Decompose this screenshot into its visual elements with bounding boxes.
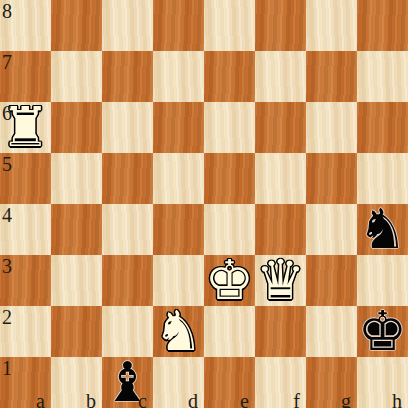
square-a6[interactable]: 6♜ bbox=[0, 102, 51, 153]
square-h4[interactable]: ♞ bbox=[357, 204, 408, 255]
square-a8[interactable]: 8 bbox=[0, 0, 51, 51]
square-h7[interactable] bbox=[357, 51, 408, 102]
file-label-g: g bbox=[341, 391, 351, 408]
piece-black-knight-h4[interactable]: ♞ bbox=[358, 202, 407, 257]
square-e5[interactable] bbox=[204, 153, 255, 204]
square-f2[interactable] bbox=[255, 306, 306, 357]
piece-white-king-e3[interactable]: ♚ bbox=[205, 253, 254, 308]
square-f7[interactable] bbox=[255, 51, 306, 102]
piece-white-rook-a6[interactable]: ♜ bbox=[1, 100, 50, 155]
chess-board: 876♜54♞3♚♛2♞♚1abc♝defgh bbox=[0, 0, 408, 408]
square-c5[interactable] bbox=[102, 153, 153, 204]
piece-black-bishop-c1[interactable]: ♝ bbox=[103, 355, 152, 408]
square-g8[interactable] bbox=[306, 0, 357, 51]
square-d5[interactable] bbox=[153, 153, 204, 204]
piece-white-queen-f3[interactable]: ♛ bbox=[256, 253, 305, 308]
square-f6[interactable] bbox=[255, 102, 306, 153]
square-a2[interactable]: 2 bbox=[0, 306, 51, 357]
square-g2[interactable] bbox=[306, 306, 357, 357]
square-b4[interactable] bbox=[51, 204, 102, 255]
square-b1[interactable]: b bbox=[51, 357, 102, 408]
square-e7[interactable] bbox=[204, 51, 255, 102]
square-c3[interactable] bbox=[102, 255, 153, 306]
rank-label-3: 3 bbox=[2, 256, 12, 276]
square-f1[interactable]: f bbox=[255, 357, 306, 408]
square-b8[interactable] bbox=[51, 0, 102, 51]
square-e1[interactable]: e bbox=[204, 357, 255, 408]
square-g7[interactable] bbox=[306, 51, 357, 102]
square-a5[interactable]: 5 bbox=[0, 153, 51, 204]
file-label-b: b bbox=[86, 391, 96, 408]
square-c8[interactable] bbox=[102, 0, 153, 51]
file-label-d: d bbox=[188, 391, 198, 408]
square-e6[interactable] bbox=[204, 102, 255, 153]
square-b2[interactable] bbox=[51, 306, 102, 357]
square-c1[interactable]: c♝ bbox=[102, 357, 153, 408]
square-d1[interactable]: d bbox=[153, 357, 204, 408]
rank-label-1: 1 bbox=[2, 358, 12, 378]
square-f8[interactable] bbox=[255, 0, 306, 51]
rank-label-7: 7 bbox=[2, 52, 12, 72]
rank-label-8: 8 bbox=[2, 1, 12, 21]
piece-black-king-h2[interactable]: ♚ bbox=[358, 304, 407, 359]
square-e2[interactable] bbox=[204, 306, 255, 357]
piece-white-knight-d2[interactable]: ♞ bbox=[154, 304, 203, 359]
square-d8[interactable] bbox=[153, 0, 204, 51]
square-b6[interactable] bbox=[51, 102, 102, 153]
square-h8[interactable] bbox=[357, 0, 408, 51]
square-d7[interactable] bbox=[153, 51, 204, 102]
square-c6[interactable] bbox=[102, 102, 153, 153]
square-e3[interactable]: ♚ bbox=[204, 255, 255, 306]
square-a1[interactable]: 1a bbox=[0, 357, 51, 408]
square-b7[interactable] bbox=[51, 51, 102, 102]
square-d2[interactable]: ♞ bbox=[153, 306, 204, 357]
file-label-h: h bbox=[392, 391, 402, 408]
square-h1[interactable]: h bbox=[357, 357, 408, 408]
square-g5[interactable] bbox=[306, 153, 357, 204]
rank-label-2: 2 bbox=[2, 307, 12, 327]
square-d6[interactable] bbox=[153, 102, 204, 153]
square-h6[interactable] bbox=[357, 102, 408, 153]
rank-label-4: 4 bbox=[2, 205, 12, 225]
square-c4[interactable] bbox=[102, 204, 153, 255]
square-h2[interactable]: ♚ bbox=[357, 306, 408, 357]
square-a4[interactable]: 4 bbox=[0, 204, 51, 255]
square-c7[interactable] bbox=[102, 51, 153, 102]
square-b5[interactable] bbox=[51, 153, 102, 204]
square-e8[interactable] bbox=[204, 0, 255, 51]
square-g4[interactable] bbox=[306, 204, 357, 255]
file-label-e: e bbox=[240, 391, 249, 408]
square-g3[interactable] bbox=[306, 255, 357, 306]
square-a3[interactable]: 3 bbox=[0, 255, 51, 306]
square-f3[interactable]: ♛ bbox=[255, 255, 306, 306]
square-f5[interactable] bbox=[255, 153, 306, 204]
square-d4[interactable] bbox=[153, 204, 204, 255]
square-g1[interactable]: g bbox=[306, 357, 357, 408]
square-b3[interactable] bbox=[51, 255, 102, 306]
file-label-f: f bbox=[293, 391, 300, 408]
square-g6[interactable] bbox=[306, 102, 357, 153]
file-label-a: a bbox=[36, 391, 45, 408]
